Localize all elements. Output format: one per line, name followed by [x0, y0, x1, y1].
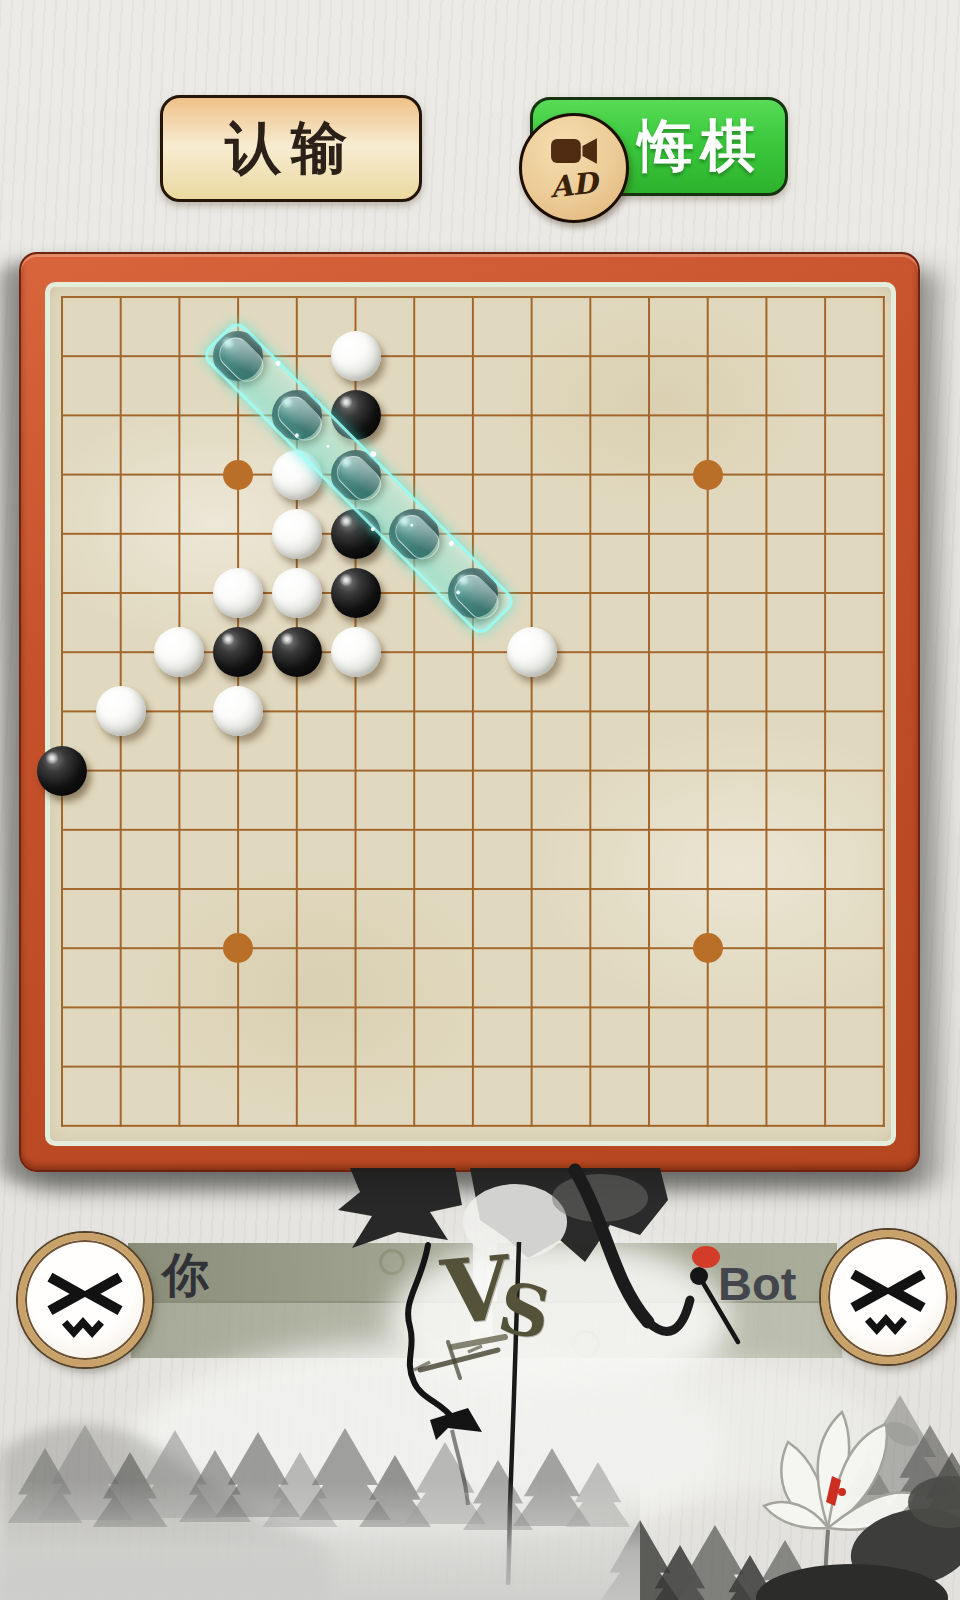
- star-point: [693, 933, 723, 963]
- ad-video-badge[interactable]: AD: [519, 113, 629, 223]
- win-stone-glass-highlight: [330, 449, 387, 506]
- versus-label: VS: [442, 1246, 561, 1334]
- undo-button-label: 悔棋: [638, 109, 762, 185]
- winning-line-highlight: [200, 318, 517, 637]
- white-stone: [96, 686, 146, 736]
- star-point: [223, 933, 253, 963]
- win-stone-glass-highlight: [272, 390, 329, 447]
- white-stone: [272, 568, 322, 618]
- stones-grid: [33, 267, 914, 1155]
- banner-swirl-ornament: [379, 1249, 405, 1275]
- gomoku-board-surface[interactable]: [45, 282, 896, 1146]
- sparkle-dot: [448, 540, 455, 547]
- board-grid-lines: [61, 296, 885, 1127]
- star-point: [223, 460, 253, 490]
- left-player-banner-lower: [131, 1301, 472, 1358]
- black-stone: [331, 568, 381, 618]
- white-stone: [331, 331, 381, 381]
- resign-button[interactable]: 认输: [160, 95, 422, 202]
- gomoku-board-frame: [19, 252, 920, 1172]
- black-stone: [213, 627, 263, 677]
- left-player-name: 你: [162, 1244, 209, 1307]
- black-stone: [272, 627, 322, 677]
- resign-button-label: 认输: [225, 111, 357, 187]
- black-stone: [37, 746, 87, 796]
- right-player-avatar: [821, 1230, 955, 1364]
- white-stone: [213, 568, 263, 618]
- right-player-name: Bot: [718, 1256, 796, 1311]
- squint-face-icon: [34, 1249, 136, 1351]
- ad-badge-label: AD: [549, 166, 600, 205]
- sparkle-dot: [369, 450, 377, 458]
- star-point: [693, 460, 723, 490]
- banner-swirl-ornament: [572, 1330, 600, 1358]
- sparkle-dot: [370, 526, 376, 532]
- white-stone: [272, 509, 322, 559]
- white-stone: [154, 627, 204, 677]
- win-stone-glass-highlight: [448, 568, 505, 625]
- win-stone-glass-highlight: [389, 509, 446, 566]
- white-stone: [213, 686, 263, 736]
- sparkle-dot: [326, 444, 330, 448]
- star-points-layer: [33, 267, 914, 1155]
- white-stone: [331, 627, 381, 677]
- sparkle-dot: [274, 359, 281, 366]
- squint-face-icon: [837, 1246, 939, 1348]
- left-player-avatar: [18, 1233, 152, 1367]
- win-stone-glass-highlight: [213, 331, 270, 388]
- white-stone: [507, 627, 557, 677]
